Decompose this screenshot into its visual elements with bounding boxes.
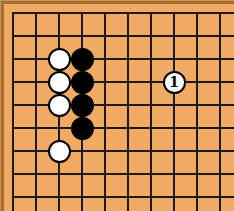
stone-black-d17 <box>71 48 94 71</box>
stone-black-d16 <box>71 71 94 94</box>
stone-white-c15 <box>48 94 71 117</box>
stone-white-c16 <box>48 71 71 94</box>
go-diagram: 1 <box>0 0 234 211</box>
go-board: 1 <box>4 4 234 211</box>
stone-white-h16: 1 <box>163 71 186 94</box>
stone-black-d14 <box>71 117 94 140</box>
stones-layer: 1 <box>4 4 232 209</box>
stone-white-c13 <box>48 140 71 163</box>
stone-white-c17 <box>48 48 71 71</box>
stone-black-d15 <box>71 94 94 117</box>
move-number-label: 1 <box>169 75 179 90</box>
